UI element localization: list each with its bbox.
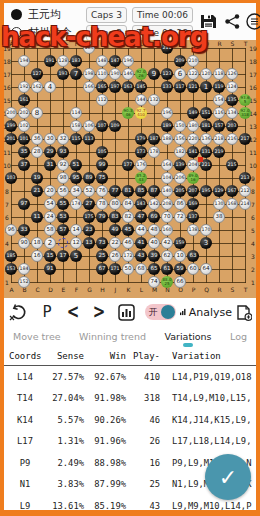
go-stone-P5[interactable]: 138	[187, 224, 199, 236]
go-stone-C17[interactable]: 127	[31, 68, 43, 80]
go-stone-B10[interactable]: 37	[18, 159, 30, 171]
col-label: S	[226, 40, 239, 47]
go-stone-N6[interactable]: 70	[161, 211, 173, 223]
go-stone-Q13[interactable]: 181	[200, 120, 212, 132]
go-stone-M2[interactable]: 65	[148, 263, 160, 275]
go-stone-A12[interactable]: 201	[5, 133, 17, 145]
go-stone-O10[interactable]: 139	[174, 159, 186, 171]
menu-icon[interactable]	[246, 13, 260, 34]
variation-row-L14[interactable]: L1427.57%92.67%410L14,P19,Q19,O18	[4, 366, 256, 388]
app-screen: 王元均 Caps3 Time00:06 村川大介 Caps3 Time00:28…	[0, 0, 260, 516]
black-time-chip[interactable]: Time00:06	[132, 7, 193, 23]
go-stone-S13[interactable]: 203	[226, 120, 238, 132]
analyse-bars-icon	[180, 306, 186, 318]
go-stone-P8[interactable]: 207	[187, 185, 199, 197]
go-stone-T8[interactable]: 212	[239, 185, 251, 197]
go-stone-H8[interactable]: 76	[96, 185, 108, 197]
go-stone-O3[interactable]: 10	[174, 250, 186, 262]
check-icon: ✓	[219, 465, 237, 490]
go-stone-M4[interactable]: 40	[148, 237, 160, 249]
row-label: 10	[248, 162, 258, 169]
go-stone-O4[interactable]: 159	[174, 237, 186, 249]
col-label: Q	[200, 286, 213, 293]
go-board[interactable]: AA1919BB1818CC1717DD1616EE1515FF1414GG13…	[4, 40, 256, 298]
go-stone-A5[interactable]: 96	[5, 224, 17, 236]
go-stone-H2[interactable]: 67	[96, 263, 108, 275]
go-stone-P3[interactable]: 63	[187, 250, 199, 262]
go-stone-M12[interactable]: 187	[148, 133, 160, 145]
row-label: 15	[2, 97, 12, 104]
go-stone-T12[interactable]: 217	[239, 133, 251, 145]
go-stone-Q17[interactable]: 120	[200, 68, 212, 80]
go-stone-S15[interactable]: 135	[226, 94, 238, 106]
col-label: C	[31, 286, 44, 293]
go-stone-O9[interactable]: 206	[174, 172, 186, 184]
go-stone-L15[interactable]: 144	[135, 94, 147, 106]
go-stone-P18[interactable]: 210	[187, 55, 199, 67]
go-stone-K3[interactable]: 172	[122, 250, 134, 262]
go-stone-B4[interactable]: 90	[18, 237, 30, 249]
row-label: 3	[248, 253, 258, 260]
go-stone-J7[interactable]: 80	[109, 198, 121, 210]
go-stone-C16[interactable]: 162	[31, 81, 43, 93]
row-label: 17	[248, 71, 258, 78]
go-stone-R7[interactable]: 130	[213, 198, 225, 210]
go-stone-K7[interactable]: 84	[122, 198, 134, 210]
row-label: 6	[2, 214, 12, 221]
go-stone-Q12[interactable]: 136	[200, 133, 212, 145]
go-stone-M11[interactable]: 178	[148, 146, 160, 158]
go-stone-N13[interactable]: 189	[161, 120, 173, 132]
go-stone-K10[interactable]: 177	[122, 159, 134, 171]
go-stone-T9[interactable]: 213	[239, 172, 251, 184]
go-stone-J5[interactable]: 49	[109, 224, 121, 236]
go-stone-E18[interactable]: 128	[57, 55, 69, 67]
col-label: D	[44, 286, 57, 293]
go-stone-L3[interactable]: 43	[135, 250, 147, 262]
go-stone-G8[interactable]: 52	[83, 185, 95, 197]
candidate-move-L9[interactable]: 85.243	[135, 172, 147, 184]
go-stone-O17[interactable]: 6	[174, 68, 186, 80]
go-stone-D5[interactable]: 58	[44, 224, 56, 236]
go-stone-D16[interactable]: 4	[44, 81, 56, 93]
go-stone-L11[interactable]: 173	[135, 146, 147, 158]
go-stone-N4[interactable]: 42	[161, 237, 173, 249]
go-stone-R13[interactable]: 157	[213, 120, 225, 132]
row-label: 6	[248, 214, 258, 221]
go-stone-B7[interactable]: 97	[18, 198, 30, 210]
go-stone-F9[interactable]: 95	[70, 172, 82, 184]
analyse-label: Analyse	[189, 306, 232, 319]
go-stone-L2[interactable]: 68	[135, 263, 147, 275]
go-stone-G12[interactable]: 113	[83, 133, 95, 145]
go-stone-P14[interactable]: 149	[187, 107, 199, 119]
go-stone-G17[interactable]: 198	[83, 68, 95, 80]
go-stone-N2[interactable]: 61	[161, 263, 173, 275]
go-stone-R8[interactable]: 129	[213, 185, 225, 197]
col-label: T	[239, 286, 252, 293]
tab-log[interactable]: Log	[230, 331, 247, 342]
variation-row-K14[interactable]: K145.57%90.26%46K14,J14,K15,L9,	[4, 409, 256, 431]
col-label: A	[5, 286, 18, 293]
go-stone-C6[interactable]: 11	[31, 211, 43, 223]
variation-row-L17[interactable]: L171.31%91.96%26L17,L18,L14,L9,	[4, 431, 256, 453]
go-stone-G16[interactable]: 166	[83, 81, 95, 93]
go-stone-N7[interactable]: 208	[161, 198, 173, 210]
go-stone-M3[interactable]: 39	[148, 250, 160, 262]
go-stone-O18[interactable]: 209	[174, 55, 186, 67]
go-stone-H9[interactable]: 75	[96, 172, 108, 184]
go-stone-D4[interactable]: 2	[44, 237, 56, 249]
chart-panel-icon[interactable]	[112, 300, 140, 324]
go-stone-T7[interactable]: 214	[239, 198, 251, 210]
go-stone-H7[interactable]: 78	[96, 198, 108, 210]
go-stone-C4[interactable]: 18	[31, 237, 43, 249]
candidate-move-L17[interactable]: 92.026	[135, 68, 147, 80]
go-stone-H16[interactable]: 165	[96, 81, 108, 93]
candidate-move-N1[interactable]: 88.025	[161, 276, 173, 288]
variation-row-T14[interactable]: T1427.04%91.98%318T14,L9,M10,L15,	[4, 388, 256, 410]
go-stone-S8[interactable]: 167	[226, 185, 238, 197]
go-stone-R6[interactable]: 38	[213, 211, 225, 223]
go-stone-Q8[interactable]: 195	[200, 185, 212, 197]
go-stone-N10[interactable]: 164	[161, 159, 173, 171]
go-stone-A13[interactable]: 199	[5, 120, 17, 132]
go-stone-A2[interactable]: 153	[5, 263, 17, 275]
row-label: 17	[2, 71, 12, 78]
row-label: 1	[248, 279, 258, 286]
go-stone-B12[interactable]: 101	[18, 133, 30, 145]
go-stone-J6[interactable]: 83	[109, 211, 121, 223]
go-stone-A9[interactable]: 103	[5, 172, 17, 184]
go-stone-D10[interactable]: 31	[44, 159, 56, 171]
row-label: 16	[248, 84, 258, 91]
go-stone-F7[interactable]: 174	[70, 198, 82, 210]
go-stone-F8[interactable]: 34	[70, 185, 82, 197]
go-stone-F10[interactable]: 51	[70, 159, 82, 171]
go-stone-M1[interactable]: 74	[148, 276, 160, 288]
go-stone-G13[interactable]: 106	[83, 120, 95, 132]
col-label: P	[187, 286, 200, 293]
tab-winning-trend[interactable]: Winning trend	[79, 331, 146, 342]
go-stone-Q14[interactable]: 151	[200, 107, 212, 119]
col-label: R	[213, 40, 226, 47]
watermark-text: hack-cheat.org	[1, 22, 207, 52]
candidate-move-P9[interactable]: 89.016	[187, 172, 199, 184]
go-stone-E17[interactable]: 193	[57, 68, 69, 80]
black-stone-icon	[11, 9, 22, 20]
go-stone-O2[interactable]: 59	[174, 263, 186, 275]
table-header: CoordsSenseWinPlay-Variation	[4, 347, 256, 366]
go-stone-R11[interactable]: 219	[213, 146, 225, 158]
go-stone-K6[interactable]: 82	[122, 211, 134, 223]
go-stone-P17[interactable]: 122	[187, 68, 199, 80]
go-stone-K18[interactable]: 196	[122, 55, 134, 67]
go-stone-P7[interactable]: 169	[187, 198, 199, 210]
go-stone-J8[interactable]: 77	[109, 185, 121, 197]
go-stone-G9[interactable]: 89	[83, 172, 95, 184]
col-label: S	[226, 286, 239, 293]
ko-marker	[58, 238, 68, 248]
prev-move-icon[interactable]: <	[60, 297, 86, 327]
go-stone-P6[interactable]: 137	[187, 211, 199, 223]
go-stone-S12[interactable]: 216	[226, 133, 238, 145]
go-stone-E10[interactable]: 92	[57, 159, 69, 171]
go-stone-H3[interactable]: 25	[96, 250, 108, 262]
go-stone-N12[interactable]: 188	[161, 133, 173, 145]
go-stone-A3[interactable]: 185	[5, 250, 17, 262]
tab-bar: Move treeWinning trendVariationsLog	[4, 326, 256, 347]
col-label: H	[96, 286, 109, 293]
go-stone-E9[interactable]: 98	[57, 172, 69, 184]
go-stone-N3[interactable]: 62	[161, 250, 173, 262]
go-stone-E8[interactable]: 56	[57, 185, 69, 197]
go-stone-B1[interactable]: 152	[18, 276, 30, 288]
go-stone-B11[interactable]: 35	[18, 146, 30, 158]
go-stone-S10[interactable]: 215	[226, 159, 238, 171]
col-label: J	[109, 286, 122, 293]
go-stone-J16[interactable]: 197	[109, 81, 121, 93]
go-stone-M7[interactable]: 142	[148, 198, 160, 210]
go-stone-D2[interactable]: 91	[44, 263, 56, 275]
row-label: 11	[2, 149, 12, 156]
toggle-knob[interactable]	[161, 305, 175, 319]
go-stone-P2[interactable]: 60	[187, 263, 199, 275]
row-label: 13	[248, 123, 258, 130]
go-stone-C11[interactable]: 28	[31, 146, 43, 158]
go-stone-L6[interactable]: 47	[135, 211, 147, 223]
go-stone-O8[interactable]: 205	[174, 185, 186, 197]
go-stone-Q5[interactable]: 170	[200, 224, 212, 236]
go-stone-D8[interactable]: 20	[44, 185, 56, 197]
row-label: 4	[2, 240, 12, 247]
go-stone-F13[interactable]: 158	[70, 120, 82, 132]
go-stone-J4[interactable]: 22	[109, 237, 121, 249]
row-label: 4	[248, 240, 258, 247]
go-stone-K2[interactable]: 50	[122, 263, 134, 275]
go-stone-J3[interactable]: 26	[109, 250, 121, 262]
row-label: 8	[2, 188, 12, 195]
analysis-toggle[interactable]: 开	[140, 300, 180, 324]
go-stone-R15[interactable]: 154	[213, 94, 225, 106]
go-stone-E5[interactable]: 57	[57, 224, 69, 236]
go-stone-E11[interactable]: 93	[57, 146, 69, 158]
go-stone-F3[interactable]: 5	[70, 250, 82, 262]
go-stone-F5[interactable]: 14	[70, 224, 82, 236]
candidate-move-L14[interactable]: 92.7410	[135, 107, 147, 119]
go-stone-B15[interactable]: 161	[18, 94, 30, 106]
go-stone-Q4[interactable]: 3	[200, 237, 212, 249]
go-stone-L4[interactable]: 41	[135, 237, 147, 249]
go-stone-D11[interactable]: 29	[44, 146, 56, 158]
candidate-move-K14[interactable]: 90.346	[122, 107, 134, 119]
go-stone-Q16[interactable]: 1	[200, 81, 212, 93]
go-stone-F14[interactable]: 114	[70, 107, 82, 119]
row-label: 18	[2, 58, 12, 65]
go-stone-F12[interactable]: 115	[70, 133, 82, 145]
share-icon[interactable]	[225, 14, 240, 33]
go-stone-D6[interactable]: 24	[44, 211, 56, 223]
go-stone-H13[interactable]: 107	[96, 120, 108, 132]
go-stone-O7[interactable]: 86	[174, 198, 186, 210]
last-move-marker	[198, 157, 203, 162]
col-label: E	[57, 286, 70, 293]
go-stone-F4[interactable]: 12	[70, 237, 82, 249]
go-stone-B13[interactable]: 102	[18, 120, 30, 132]
go-stone-B16[interactable]: 192	[18, 81, 30, 93]
export-icon[interactable]	[232, 300, 256, 324]
go-stone-K5[interactable]: 45	[122, 224, 134, 236]
go-stone-O1[interactable]: 66	[174, 276, 186, 288]
go-stone-M17[interactable]: 9	[148, 68, 160, 80]
go-stone-C12[interactable]: 36	[31, 133, 43, 145]
go-stone-J2[interactable]: 171	[109, 263, 121, 275]
row-label: 7	[2, 201, 12, 208]
pass-button[interactable]: P	[34, 300, 60, 324]
go-stone-M8[interactable]: 87	[148, 185, 160, 197]
go-stone-D12[interactable]: 30	[44, 133, 56, 145]
go-stone-E6[interactable]: 53	[57, 211, 69, 223]
go-stone-P12[interactable]: 220	[187, 133, 199, 145]
black-player-name: 王元均	[28, 7, 86, 22]
go-stone-M5[interactable]: 48	[148, 224, 160, 236]
go-stone-K8[interactable]: 81	[122, 185, 134, 197]
go-stone-B2[interactable]: 184	[18, 263, 30, 275]
go-stone-H15[interactable]: 112	[96, 94, 108, 106]
go-stone-G5[interactable]: 23	[83, 224, 95, 236]
go-stone-L10[interactable]: 176	[135, 159, 147, 171]
go-stone-H11[interactable]: 105	[96, 146, 108, 158]
player-row-black: 王元均 Caps3 Time00:06	[8, 6, 198, 23]
go-stone-D3[interactable]: 15	[44, 250, 56, 262]
go-stone-H6[interactable]: 79	[96, 211, 108, 223]
tab-move-tree[interactable]: Move tree	[13, 331, 61, 342]
go-stone-M6[interactable]: 69	[148, 211, 160, 223]
row-label: 2	[248, 266, 258, 273]
go-stone-L12[interactable]: 179	[135, 133, 147, 145]
go-stone-B14[interactable]: 202	[18, 107, 30, 119]
go-stone-F17[interactable]: 7	[70, 68, 82, 80]
go-stone-K17[interactable]: 146	[122, 68, 134, 80]
go-stone-H10[interactable]: 99	[96, 159, 108, 171]
go-stone-K16[interactable]: 163	[122, 81, 134, 93]
go-stone-N8[interactable]: 140	[161, 185, 173, 197]
go-stone-L7[interactable]: 143	[135, 198, 147, 210]
go-stone-A14[interactable]: 200	[5, 107, 17, 119]
go-stone-E12[interactable]: 32	[57, 133, 69, 145]
go-stone-H17[interactable]: 110	[96, 68, 108, 80]
go-stone-K4[interactable]: 46	[122, 237, 134, 249]
go-stone-N9[interactable]: 104	[161, 172, 173, 184]
go-stone-D18[interactable]: 191	[44, 55, 56, 67]
black-caps-chip[interactable]: Caps3	[86, 7, 127, 23]
go-stone-N14[interactable]: 196	[161, 107, 173, 119]
go-stone-C3[interactable]: 16	[31, 250, 43, 262]
go-stone-R17[interactable]: 118	[213, 68, 225, 80]
go-stone-G6[interactable]: 175	[83, 211, 95, 223]
go-stone-E3[interactable]: 17	[57, 250, 69, 262]
go-stone-L5[interactable]: 44	[135, 224, 147, 236]
go-stone-G7[interactable]: 27	[83, 198, 95, 210]
go-stone-B18[interactable]: 194	[18, 55, 30, 67]
row-label: 18	[248, 58, 258, 65]
go-stone-F18[interactable]: 183	[70, 55, 82, 67]
go-stone-Q2[interactable]: 64	[200, 263, 212, 275]
col-label: L	[135, 286, 148, 293]
col-label: R	[213, 286, 226, 293]
go-stone-R14[interactable]: 116	[213, 107, 225, 119]
go-stone-R12[interactable]: 218	[213, 133, 225, 145]
go-stone-C8[interactable]: 21	[31, 185, 43, 197]
toggle-on-label: 开	[149, 306, 158, 319]
go-stone-O11[interactable]: 182	[174, 146, 186, 158]
row-label: 11	[248, 149, 258, 156]
candidate-move-T15[interactable]: 93.65	[239, 94, 251, 106]
row-label: 16	[2, 84, 12, 91]
row-label: 10	[2, 162, 12, 169]
go-stone-O6[interactable]: 72	[174, 211, 186, 223]
toolbar: P < > 开 Analyse	[4, 298, 256, 326]
analyse-button[interactable]: Analyse	[180, 300, 232, 324]
go-stone-G4[interactable]: 13	[83, 237, 95, 249]
go-stone-L16[interactable]: 145	[135, 81, 147, 93]
go-stone-J18[interactable]: 147	[109, 55, 121, 67]
go-stone-N17[interactable]: 123	[161, 68, 173, 80]
go-stone-O12[interactable]: 156	[174, 133, 186, 145]
go-stone-J17[interactable]: 190	[109, 68, 121, 80]
row-label: 5	[248, 227, 258, 234]
col-label: F	[70, 286, 83, 293]
go-stone-J13[interactable]: 109	[109, 120, 121, 132]
go-stone-L8[interactable]: 85	[135, 185, 147, 197]
col-label: G	[83, 286, 96, 293]
col-label: K	[122, 286, 135, 293]
go-stone-H4[interactable]: 73	[96, 237, 108, 249]
col-label: T	[239, 40, 252, 47]
go-stone-E7[interactable]: 55	[57, 198, 69, 210]
go-stone-B5[interactable]: 33	[18, 224, 30, 236]
undo-icon[interactable]	[4, 300, 34, 324]
go-stone-C9[interactable]: 19	[31, 172, 43, 184]
go-stone-H18[interactable]: 148	[96, 55, 108, 67]
go-stone-M15[interactable]: 132	[148, 94, 160, 106]
confirm-fab[interactable]: ✓	[205, 454, 251, 500]
go-stone-R16[interactable]: 119	[213, 81, 225, 93]
go-stone-C14[interactable]: 8	[31, 107, 43, 119]
go-stone-N16[interactable]: 133	[161, 81, 173, 93]
next-move-icon[interactable]: >	[86, 297, 112, 327]
go-stone-N5[interactable]: 160	[161, 224, 173, 236]
go-stone-S16[interactable]: 124	[226, 81, 238, 93]
go-stone-S7[interactable]: 168	[226, 198, 238, 210]
candidate-move-T14[interactable]: 92.0318	[239, 107, 251, 119]
tab-variations[interactable]: Variations	[164, 331, 211, 342]
go-stone-S14[interactable]: 134	[226, 107, 238, 119]
go-stone-P13[interactable]: 180	[187, 120, 199, 132]
row-label: 1	[2, 279, 12, 286]
go-stone-S17[interactable]: 126	[226, 68, 238, 80]
go-stone-O16[interactable]: 117	[174, 81, 186, 93]
go-stone-D7[interactable]: 54	[44, 198, 56, 210]
go-stone-P16[interactable]: 121	[187, 81, 199, 93]
go-stone-O13[interactable]: 150	[174, 120, 186, 132]
